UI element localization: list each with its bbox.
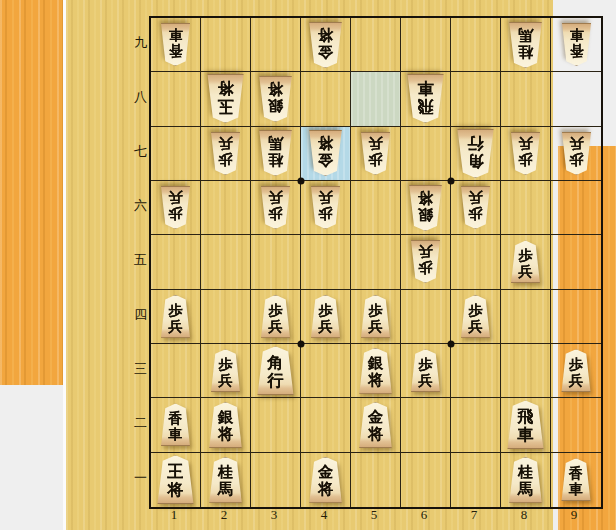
piece-kyosha-top[interactable]: 香車 xyxy=(159,23,192,66)
square-8-三[interactable] xyxy=(501,344,551,398)
piece-face: 玉将 xyxy=(205,74,246,123)
file-label-1: 1 xyxy=(149,507,199,527)
square-4-六[interactable]: 歩兵 xyxy=(301,181,351,235)
file-label-2: 2 xyxy=(199,507,249,527)
rank-label-七: 七 xyxy=(132,125,149,179)
piece-face: 銀将 xyxy=(357,348,394,394)
square-9-二[interactable] xyxy=(551,398,601,452)
file-label-3: 3 xyxy=(249,507,299,527)
file-label-6: 6 xyxy=(399,507,449,527)
piece-face: 歩兵 xyxy=(459,295,492,338)
square-5-一[interactable] xyxy=(351,453,401,507)
piece-hisha-top[interactable]: 飛車 xyxy=(405,74,446,123)
piece-fu-bottom[interactable]: 歩兵 xyxy=(509,240,542,283)
piece-face: 歩兵 xyxy=(209,349,242,392)
square-3-五[interactable] xyxy=(251,235,301,289)
piece-face: 香車 xyxy=(159,403,192,446)
piece-keima-top[interactable]: 桂馬 xyxy=(507,22,544,68)
square-4-八[interactable] xyxy=(301,72,351,126)
piece-face: 銀将 xyxy=(257,76,294,122)
rank-label-四: 四 xyxy=(132,288,149,342)
square-1-六[interactable]: 歩兵 xyxy=(151,181,201,235)
square-6-五[interactable]: 歩兵 xyxy=(401,235,451,289)
square-1-七[interactable] xyxy=(151,127,201,181)
piece-face: 桂馬 xyxy=(207,457,244,503)
star-point xyxy=(448,178,455,185)
piece-keima-bottom[interactable]: 桂馬 xyxy=(507,457,544,503)
square-1-八[interactable] xyxy=(151,72,201,126)
square-4-五[interactable] xyxy=(301,235,351,289)
file-label-8: 8 xyxy=(499,507,549,527)
piece-face: 歩兵 xyxy=(409,349,442,392)
square-8-八[interactable] xyxy=(501,72,551,126)
rank-label-三: 三 xyxy=(132,342,149,396)
square-1-四[interactable]: 歩兵 xyxy=(151,290,201,344)
rank-label-六: 六 xyxy=(132,179,149,233)
rank-label-一: 一 xyxy=(132,451,149,505)
wood-background-left xyxy=(0,0,63,385)
piece-fu-top[interactable]: 歩兵 xyxy=(409,240,442,283)
piece-face: 歩兵 xyxy=(409,240,442,283)
piece-face: 飛車 xyxy=(405,74,446,123)
piece-face: 王将 xyxy=(155,455,196,504)
piece-kyosha-bottom[interactable]: 香車 xyxy=(560,458,593,501)
square-9-七[interactable]: 歩兵 xyxy=(551,127,601,181)
piece-face: 銀将 xyxy=(207,402,244,448)
piece-face: 歩兵 xyxy=(560,349,593,392)
piece-fu-bottom[interactable]: 歩兵 xyxy=(409,349,442,392)
square-9-四[interactable] xyxy=(551,290,601,344)
piece-face: 金将 xyxy=(307,22,344,68)
piece-face: 香車 xyxy=(560,458,593,501)
rank-label-八: 八 xyxy=(132,70,149,124)
piece-kin-top[interactable]: 金将 xyxy=(307,22,344,68)
square-2-九[interactable] xyxy=(201,18,251,72)
piece-face: 金将 xyxy=(357,402,394,448)
square-7-二[interactable] xyxy=(451,398,501,452)
square-7-四[interactable]: 歩兵 xyxy=(451,290,501,344)
square-6-三[interactable]: 歩兵 xyxy=(401,344,451,398)
square-6-七[interactable] xyxy=(401,127,451,181)
piece-face: 金将 xyxy=(307,457,344,503)
square-7-三[interactable] xyxy=(451,344,501,398)
piece-kaku-bottom[interactable]: 角行 xyxy=(255,346,296,395)
piece-fu-bottom[interactable]: 歩兵 xyxy=(309,295,342,338)
piece-face: 桂馬 xyxy=(507,457,544,503)
piece-fu-top[interactable]: 歩兵 xyxy=(209,132,242,175)
piece-face: 歩兵 xyxy=(509,240,542,283)
file-label-7: 7 xyxy=(449,507,499,527)
piece-kin-bottom[interactable]: 金将 xyxy=(307,457,344,503)
piece-face: 歩兵 xyxy=(309,295,342,338)
piece-face: 歩兵 xyxy=(159,295,192,338)
piece-face: 角行 xyxy=(255,346,296,395)
square-1-五[interactable] xyxy=(151,235,201,289)
square-5-五[interactable] xyxy=(351,235,401,289)
piece-face: 歩兵 xyxy=(359,295,392,338)
square-8-四[interactable] xyxy=(501,290,551,344)
piece-face: 歩兵 xyxy=(259,186,292,229)
file-label-9: 9 xyxy=(549,507,599,527)
piece-kin-bottom[interactable]: 金将 xyxy=(357,402,394,448)
square-3-一[interactable] xyxy=(251,453,301,507)
piece-kyosha-bottom[interactable]: 香車 xyxy=(159,403,192,446)
square-3-三[interactable]: 角行 xyxy=(251,344,301,398)
square-7-八[interactable] xyxy=(451,72,501,126)
shogi-board: 香車金将桂馬香車玉将銀将飛車歩兵桂馬金将歩兵角行歩兵歩兵歩兵歩兵歩兵銀将歩兵歩兵… xyxy=(149,16,603,509)
square-2-二[interactable]: 銀将 xyxy=(201,398,251,452)
square-2-八[interactable]: 玉将 xyxy=(201,72,251,126)
piece-fu-top[interactable]: 歩兵 xyxy=(309,186,342,229)
piece-face: 飛車 xyxy=(505,400,546,449)
square-4-二[interactable] xyxy=(301,398,351,452)
square-9-六[interactable] xyxy=(551,181,601,235)
square-5-九[interactable] xyxy=(351,18,401,72)
piece-face: 角行 xyxy=(455,129,496,178)
shogi-board-panel: 香車金将桂馬香車玉将銀将飛車歩兵桂馬金将歩兵角行歩兵歩兵歩兵歩兵歩兵銀将歩兵歩兵… xyxy=(66,0,553,530)
square-2-五[interactable] xyxy=(201,235,251,289)
square-9-九[interactable]: 香車 xyxy=(551,18,601,72)
piece-gyokusho-top[interactable]: 玉将 xyxy=(205,74,246,123)
square-8-二[interactable]: 飛車 xyxy=(501,398,551,452)
piece-fu-top[interactable]: 歩兵 xyxy=(259,186,292,229)
square-9-八[interactable] xyxy=(551,72,601,126)
square-7-九[interactable] xyxy=(451,18,501,72)
square-7-五[interactable] xyxy=(451,235,501,289)
piece-fu-bottom[interactable]: 歩兵 xyxy=(209,349,242,392)
square-1-九[interactable]: 香車 xyxy=(151,18,201,72)
square-1-一[interactable]: 王将 xyxy=(151,453,201,507)
piece-fu-top[interactable]: 歩兵 xyxy=(359,132,392,175)
rank-label-二: 二 xyxy=(132,396,149,450)
square-4-四[interactable]: 歩兵 xyxy=(301,290,351,344)
square-2-四[interactable] xyxy=(201,290,251,344)
square-8-七[interactable]: 歩兵 xyxy=(501,127,551,181)
piece-fu-top[interactable]: 歩兵 xyxy=(459,186,492,229)
piece-fu-top[interactable]: 歩兵 xyxy=(509,132,542,175)
file-label-5: 5 xyxy=(349,507,399,527)
square-3-八[interactable]: 銀将 xyxy=(251,72,301,126)
square-3-七[interactable]: 桂馬 xyxy=(251,127,301,181)
piece-gin-bottom[interactable]: 銀将 xyxy=(207,402,244,448)
piece-fu-bottom[interactable]: 歩兵 xyxy=(159,295,192,338)
square-2-六[interactable] xyxy=(201,181,251,235)
piece-keima-top[interactable]: 桂馬 xyxy=(257,130,294,176)
square-2-七[interactable]: 歩兵 xyxy=(201,127,251,181)
square-5-四[interactable]: 歩兵 xyxy=(351,290,401,344)
piece-face: 歩兵 xyxy=(459,186,492,229)
piece-fu-bottom[interactable]: 歩兵 xyxy=(359,295,392,338)
piece-face: 歩兵 xyxy=(259,295,292,338)
piece-gin-top[interactable]: 銀将 xyxy=(257,76,294,122)
piece-fu-bottom[interactable]: 歩兵 xyxy=(459,295,492,338)
square-6-六[interactable]: 銀将 xyxy=(401,181,451,235)
square-5-三[interactable]: 銀将 xyxy=(351,344,401,398)
square-3-二[interactable] xyxy=(251,398,301,452)
square-2-三[interactable]: 歩兵 xyxy=(201,344,251,398)
piece-ousho-bottom[interactable]: 王将 xyxy=(155,455,196,504)
square-5-七[interactable]: 歩兵 xyxy=(351,127,401,181)
piece-face: 歩兵 xyxy=(509,132,542,175)
piece-fu-top[interactable]: 歩兵 xyxy=(560,132,593,175)
square-3-六[interactable]: 歩兵 xyxy=(251,181,301,235)
square-5-二[interactable]: 金将 xyxy=(351,398,401,452)
piece-face: 銀将 xyxy=(407,185,444,231)
piece-kin-top[interactable]: 金将 xyxy=(307,130,344,176)
square-1-三[interactable] xyxy=(151,344,201,398)
square-4-一[interactable]: 金将 xyxy=(301,453,351,507)
rank-label-九: 九 xyxy=(132,16,149,70)
square-9-三[interactable]: 歩兵 xyxy=(551,344,601,398)
square-6-四[interactable] xyxy=(401,290,451,344)
piece-kyosha-top[interactable]: 香車 xyxy=(560,23,593,66)
square-8-九[interactable]: 桂馬 xyxy=(501,18,551,72)
square-1-二[interactable]: 香車 xyxy=(151,398,201,452)
square-6-九[interactable] xyxy=(401,18,451,72)
square-5-八[interactable] xyxy=(351,72,401,126)
rank-label-五: 五 xyxy=(132,233,149,287)
square-2-一[interactable]: 桂馬 xyxy=(201,453,251,507)
square-4-七[interactable]: 金将 xyxy=(301,127,351,181)
square-6-二[interactable] xyxy=(401,398,451,452)
piece-fu-top[interactable]: 歩兵 xyxy=(159,186,192,229)
square-6-八[interactable]: 飛車 xyxy=(401,72,451,126)
square-8-一[interactable]: 桂馬 xyxy=(501,453,551,507)
square-8-五[interactable]: 歩兵 xyxy=(501,235,551,289)
square-8-六[interactable] xyxy=(501,181,551,235)
star-point xyxy=(448,341,455,348)
square-3-四[interactable]: 歩兵 xyxy=(251,290,301,344)
square-9-一[interactable]: 香車 xyxy=(551,453,601,507)
square-9-五[interactable] xyxy=(551,235,601,289)
piece-hisha-bottom[interactable]: 飛車 xyxy=(505,400,546,449)
piece-face: 香車 xyxy=(560,23,593,66)
piece-face: 桂馬 xyxy=(257,130,294,176)
star-point xyxy=(298,341,305,348)
piece-kaku-top[interactable]: 角行 xyxy=(455,129,496,178)
piece-gin-bottom[interactable]: 銀将 xyxy=(357,348,394,394)
piece-face: 金将 xyxy=(307,130,344,176)
piece-keima-bottom[interactable]: 桂馬 xyxy=(207,457,244,503)
square-4-九[interactable]: 金将 xyxy=(301,18,351,72)
square-4-三[interactable] xyxy=(301,344,351,398)
square-6-一[interactable] xyxy=(401,453,451,507)
piece-face: 歩兵 xyxy=(209,132,242,175)
piece-fu-bottom[interactable]: 歩兵 xyxy=(259,295,292,338)
piece-face: 桂馬 xyxy=(507,22,544,68)
square-5-六[interactable] xyxy=(351,181,401,235)
piece-gin-top[interactable]: 銀将 xyxy=(407,185,444,231)
file-label-4: 4 xyxy=(299,507,349,527)
star-point xyxy=(298,178,305,185)
square-7-一[interactable] xyxy=(451,453,501,507)
piece-face: 歩兵 xyxy=(560,132,593,175)
square-3-九[interactable] xyxy=(251,18,301,72)
piece-face: 歩兵 xyxy=(159,186,192,229)
square-7-七[interactable]: 角行 xyxy=(451,127,501,181)
piece-face: 香車 xyxy=(159,23,192,66)
square-7-六[interactable]: 歩兵 xyxy=(451,181,501,235)
piece-face: 歩兵 xyxy=(309,186,342,229)
piece-fu-bottom[interactable]: 歩兵 xyxy=(560,349,593,392)
piece-face: 歩兵 xyxy=(359,132,392,175)
